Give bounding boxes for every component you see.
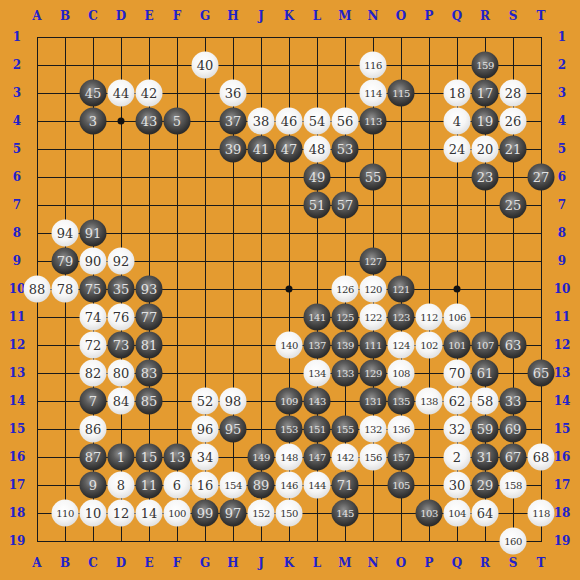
move-number: 63: [505, 339, 522, 352]
move-number: 28: [505, 87, 522, 100]
move-number: 105: [392, 480, 410, 490]
stone-black-1: 1: [108, 444, 135, 471]
move-number: 17: [477, 87, 494, 100]
move-number: 56: [337, 115, 354, 128]
stone-white-74: 74: [80, 304, 107, 331]
row-label-left: 9: [13, 255, 21, 267]
column-label-top: E: [144, 10, 153, 22]
row-label-left: 13: [9, 367, 26, 379]
column-label-top: O: [396, 10, 406, 22]
column-label-bottom: M: [338, 557, 351, 569]
stone-black-69: 69: [500, 416, 527, 443]
stone-black-143: 143: [304, 388, 331, 415]
move-number: 49: [309, 171, 326, 184]
move-number: 46: [281, 115, 298, 128]
move-number: 1: [117, 451, 125, 464]
row-label-right: 10: [554, 283, 571, 295]
move-number: 129: [364, 368, 382, 378]
move-number: 7: [89, 395, 97, 408]
stone-black-109: 109: [276, 388, 303, 415]
move-number: 82: [85, 367, 102, 380]
row-label-right: 11: [554, 311, 571, 323]
move-number: 139: [336, 340, 354, 350]
move-number: 74: [85, 311, 102, 324]
stone-white-76: 76: [108, 304, 135, 331]
star-point: [118, 118, 125, 125]
move-number: 9: [89, 479, 97, 492]
stone-black-157: 157: [388, 444, 415, 471]
move-number: 140: [280, 340, 298, 350]
move-number: 23: [477, 171, 494, 184]
stone-black-99: 99: [192, 500, 219, 527]
stone-white-100: 100: [164, 500, 191, 527]
move-number: 116: [364, 60, 382, 70]
move-number: 64: [477, 507, 494, 520]
move-number: 115: [392, 88, 410, 98]
row-label-right: 4: [558, 115, 566, 127]
stone-white-26: 26: [500, 108, 527, 135]
move-number: 111: [364, 340, 382, 350]
row-label-left: 17: [9, 479, 26, 491]
move-number: 81: [141, 339, 158, 352]
move-number: 141: [308, 312, 326, 322]
column-label-top: P: [424, 10, 433, 22]
stone-black-97: 97: [220, 500, 247, 527]
stone-black-107: 107: [472, 332, 499, 359]
row-label-right: 12: [554, 339, 571, 351]
column-label-bottom: O: [396, 557, 406, 569]
stone-white-70: 70: [444, 360, 471, 387]
stone-white-144: 144: [304, 472, 331, 499]
move-number: 103: [420, 508, 438, 518]
stone-black-21: 21: [500, 136, 527, 163]
stone-white-6: 6: [164, 472, 191, 499]
stone-black-23: 23: [472, 164, 499, 191]
column-label-bottom: B: [60, 557, 70, 569]
stone-black-35: 35: [108, 276, 135, 303]
move-number: 2: [453, 451, 461, 464]
move-number: 6: [173, 479, 181, 492]
stone-white-36: 36: [220, 80, 247, 107]
stone-white-54: 54: [304, 108, 331, 135]
row-label-right: 3: [558, 87, 566, 99]
move-number: 31: [477, 451, 494, 464]
column-label-top: R: [480, 10, 490, 22]
move-number: 89: [253, 479, 270, 492]
move-number: 45: [85, 87, 102, 100]
move-number: 19: [477, 115, 494, 128]
stone-black-19: 19: [472, 108, 499, 135]
move-number: 16: [197, 479, 214, 492]
move-number: 69: [505, 423, 522, 436]
row-label-right: 17: [554, 479, 571, 491]
column-label-bottom: N: [368, 557, 379, 569]
stone-white-32: 32: [444, 416, 471, 443]
stone-black-41: 41: [248, 136, 275, 163]
stone-white-64: 64: [472, 500, 499, 527]
stone-black-81: 81: [136, 332, 163, 359]
move-number: 136: [392, 424, 410, 434]
move-number: 62: [449, 395, 466, 408]
column-label-bottom: H: [227, 557, 238, 569]
move-number: 3: [89, 115, 97, 128]
stone-white-16: 16: [192, 472, 219, 499]
stone-white-78: 78: [52, 276, 79, 303]
column-label-bottom: K: [284, 557, 294, 569]
move-number: 131: [364, 396, 382, 406]
column-label-bottom: E: [144, 557, 153, 569]
column-label-top: L: [313, 10, 321, 22]
move-number: 34: [197, 451, 214, 464]
row-label-left: 5: [13, 143, 21, 155]
stone-white-46: 46: [276, 108, 303, 135]
move-number: 156: [364, 452, 382, 462]
row-label-right: 19: [554, 535, 571, 547]
move-number: 151: [308, 424, 326, 434]
move-number: 75: [85, 283, 102, 296]
move-number: 137: [308, 340, 326, 350]
stone-black-95: 95: [220, 416, 247, 443]
row-label-right: 5: [558, 143, 566, 155]
stone-black-131: 131: [360, 388, 387, 415]
row-label-right: 13: [554, 367, 571, 379]
row-label-right: 18: [554, 507, 571, 519]
move-number: 121: [392, 284, 410, 294]
move-number: 152: [252, 508, 270, 518]
row-label-left: 2: [13, 59, 21, 71]
move-number: 68: [533, 451, 550, 464]
stone-white-140: 140: [276, 332, 303, 359]
row-label-right: 7: [558, 199, 566, 211]
move-number: 112: [420, 312, 438, 322]
row-label-left: 7: [13, 199, 21, 211]
stone-white-94: 94: [52, 220, 79, 247]
stone-white-34: 34: [192, 444, 219, 471]
column-label-top: M: [338, 10, 351, 22]
move-number: 14: [141, 507, 158, 520]
move-number: 118: [532, 508, 550, 518]
stone-white-40: 40: [192, 52, 219, 79]
move-number: 20: [477, 143, 494, 156]
column-label-top: B: [60, 10, 70, 22]
move-number: 83: [141, 367, 158, 380]
stone-black-17: 17: [472, 80, 499, 107]
move-number: 42: [141, 87, 158, 100]
stone-white-62: 62: [444, 388, 471, 415]
move-number: 120: [364, 284, 382, 294]
move-number: 51: [309, 199, 326, 212]
stone-black-3: 3: [80, 108, 107, 135]
stone-black-65: 65: [528, 360, 555, 387]
move-number: 12: [113, 507, 130, 520]
move-number: 158: [504, 480, 522, 490]
move-number: 104: [448, 508, 466, 518]
stone-white-124: 124: [388, 332, 415, 359]
move-number: 10: [85, 507, 102, 520]
move-number: 26: [505, 115, 522, 128]
move-number: 98: [225, 395, 242, 408]
stone-black-63: 63: [500, 332, 527, 359]
column-label-top: S: [509, 10, 518, 22]
stone-white-30: 30: [444, 472, 471, 499]
move-number: 24: [449, 143, 466, 156]
stone-black-85: 85: [136, 388, 163, 415]
stone-white-72: 72: [80, 332, 107, 359]
stone-white-48: 48: [304, 136, 331, 163]
stone-white-90: 90: [80, 248, 107, 275]
move-number: 91: [85, 227, 102, 240]
stone-black-13: 13: [164, 444, 191, 471]
stone-black-37: 37: [220, 108, 247, 135]
row-label-left: 1: [13, 31, 21, 43]
move-number: 126: [336, 284, 354, 294]
stone-black-139: 139: [332, 332, 359, 359]
stone-white-24: 24: [444, 136, 471, 163]
column-label-bottom: G: [200, 557, 210, 569]
move-number: 37: [225, 115, 242, 128]
stone-white-104: 104: [444, 500, 471, 527]
move-number: 54: [309, 115, 326, 128]
stone-black-121: 121: [388, 276, 415, 303]
move-number: 78: [57, 283, 74, 296]
column-label-bottom: Q: [452, 557, 462, 569]
column-label-top: N: [368, 10, 379, 22]
row-label-left: 16: [9, 451, 26, 463]
move-number: 99: [197, 507, 214, 520]
stone-white-88: 88: [24, 276, 51, 303]
stone-white-28: 28: [500, 80, 527, 107]
stone-black-127: 127: [360, 248, 387, 275]
stone-white-136: 136: [388, 416, 415, 443]
stone-black-145: 145: [332, 500, 359, 527]
move-number: 59: [477, 423, 494, 436]
column-label-top: D: [116, 10, 126, 22]
star-point: [454, 286, 461, 293]
move-number: 73: [113, 339, 130, 352]
stone-black-51: 51: [304, 192, 331, 219]
stone-white-44: 44: [108, 80, 135, 107]
move-number: 65: [533, 367, 550, 380]
column-label-bottom: S: [509, 557, 518, 569]
stone-white-12: 12: [108, 500, 135, 527]
stone-white-122: 122: [360, 304, 387, 331]
stone-black-113: 113: [360, 108, 387, 135]
move-number: 13: [169, 451, 186, 464]
stone-white-150: 150: [276, 500, 303, 527]
column-label-top: T: [537, 10, 546, 22]
move-number: 102: [420, 340, 438, 350]
move-number: 153: [280, 424, 298, 434]
move-number: 106: [448, 312, 466, 322]
stone-black-111: 111: [360, 332, 387, 359]
column-label-bottom: D: [116, 557, 126, 569]
row-label-right: 15: [554, 423, 571, 435]
stone-white-152: 152: [248, 500, 275, 527]
stone-black-135: 135: [388, 388, 415, 415]
stone-black-7: 7: [80, 388, 107, 415]
move-number: 154: [224, 480, 242, 490]
stone-black-45: 45: [80, 80, 107, 107]
stone-white-20: 20: [472, 136, 499, 163]
row-label-left: 14: [9, 395, 26, 407]
stone-white-132: 132: [360, 416, 387, 443]
stone-black-87: 87: [80, 444, 107, 471]
move-number: 148: [280, 452, 298, 462]
row-label-right: 1: [558, 31, 566, 43]
stone-black-129: 129: [360, 360, 387, 387]
stone-white-156: 156: [360, 444, 387, 471]
move-number: 4: [453, 115, 461, 128]
grid-line-vertical: [429, 37, 430, 542]
row-label-right: 16: [554, 451, 571, 463]
stone-black-89: 89: [248, 472, 275, 499]
stone-white-112: 112: [416, 304, 443, 331]
move-number: 135: [392, 396, 410, 406]
move-number: 15: [141, 451, 158, 464]
move-number: 114: [364, 88, 382, 98]
move-number: 36: [225, 87, 242, 100]
stone-white-18: 18: [444, 80, 471, 107]
column-label-top: Q: [452, 10, 462, 22]
move-number: 110: [56, 508, 74, 518]
stone-black-149: 149: [248, 444, 275, 471]
stone-black-5: 5: [164, 108, 191, 135]
column-label-bottom: J: [258, 557, 264, 569]
move-number: 25: [505, 199, 522, 212]
move-number: 21: [505, 143, 522, 156]
stone-black-147: 147: [304, 444, 331, 471]
row-label-left: 4: [13, 115, 21, 127]
move-number: 147: [308, 452, 326, 462]
stone-white-108: 108: [388, 360, 415, 387]
stone-black-93: 93: [136, 276, 163, 303]
stone-white-84: 84: [108, 388, 135, 415]
move-number: 71: [337, 479, 354, 492]
column-label-top: G: [200, 10, 210, 22]
stone-white-98: 98: [220, 388, 247, 415]
move-number: 157: [392, 452, 410, 462]
move-number: 160: [504, 536, 522, 546]
stone-black-141: 141: [304, 304, 331, 331]
move-number: 41: [253, 143, 270, 156]
move-number: 125: [336, 312, 354, 322]
move-number: 85: [141, 395, 158, 408]
stone-black-123: 123: [388, 304, 415, 331]
stone-black-47: 47: [276, 136, 303, 163]
move-number: 29: [477, 479, 494, 492]
row-label-left: 11: [9, 311, 26, 323]
stone-white-96: 96: [192, 416, 219, 443]
move-number: 35: [113, 283, 130, 296]
move-number: 30: [449, 479, 466, 492]
row-label-right: 2: [558, 59, 566, 71]
stone-black-29: 29: [472, 472, 499, 499]
row-label-left: 19: [9, 535, 26, 547]
row-label-left: 6: [13, 171, 21, 183]
move-number: 11: [141, 479, 158, 492]
move-number: 53: [337, 143, 354, 156]
move-number: 52: [197, 395, 214, 408]
move-number: 55: [365, 171, 382, 184]
move-number: 72: [85, 339, 102, 352]
move-number: 123: [392, 312, 410, 322]
row-label-left: 18: [9, 507, 26, 519]
stone-black-75: 75: [80, 276, 107, 303]
stone-white-80: 80: [108, 360, 135, 387]
stone-white-92: 92: [108, 248, 135, 275]
stone-black-153: 153: [276, 416, 303, 443]
stone-white-134: 134: [304, 360, 331, 387]
stone-white-58: 58: [472, 388, 499, 415]
stone-white-52: 52: [192, 388, 219, 415]
stone-black-115: 115: [388, 80, 415, 107]
move-number: 5: [173, 115, 181, 128]
stone-white-68: 68: [528, 444, 555, 471]
stone-white-146: 146: [276, 472, 303, 499]
move-number: 145: [336, 508, 354, 518]
move-number: 143: [308, 396, 326, 406]
stone-black-49: 49: [304, 164, 331, 191]
stone-black-137: 137: [304, 332, 331, 359]
move-number: 86: [85, 423, 102, 436]
move-number: 70: [449, 367, 466, 380]
move-number: 107: [476, 340, 494, 350]
stone-black-31: 31: [472, 444, 499, 471]
stone-white-38: 38: [248, 108, 275, 135]
move-number: 127: [364, 256, 382, 266]
stone-black-15: 15: [136, 444, 163, 471]
stone-black-33: 33: [500, 388, 527, 415]
row-label-left: 12: [9, 339, 26, 351]
stone-black-103: 103: [416, 500, 443, 527]
move-number: 124: [392, 340, 410, 350]
move-number: 132: [364, 424, 382, 434]
move-number: 94: [57, 227, 74, 240]
stone-white-114: 114: [360, 80, 387, 107]
move-number: 95: [225, 423, 242, 436]
move-number: 100: [168, 508, 186, 518]
stone-black-25: 25: [500, 192, 527, 219]
column-label-bottom: T: [537, 557, 546, 569]
stone-white-116: 116: [360, 52, 387, 79]
move-number: 84: [113, 395, 130, 408]
move-number: 122: [364, 312, 382, 322]
move-number: 43: [141, 115, 158, 128]
move-number: 133: [336, 368, 354, 378]
stone-black-101: 101: [444, 332, 471, 359]
column-label-top: C: [88, 10, 98, 22]
column-label-bottom: R: [480, 557, 490, 569]
stone-white-138: 138: [416, 388, 443, 415]
stone-white-82: 82: [80, 360, 107, 387]
star-point: [286, 286, 293, 293]
move-number: 113: [364, 116, 382, 126]
move-number: 47: [281, 143, 298, 156]
move-number: 142: [336, 452, 354, 462]
row-label-right: 6: [558, 171, 566, 183]
row-label-right: 9: [558, 255, 566, 267]
stone-black-59: 59: [472, 416, 499, 443]
move-number: 109: [280, 396, 298, 406]
move-number: 101: [448, 340, 466, 350]
move-number: 67: [505, 451, 522, 464]
go-board[interactable]: AABBCCDDEEFFGGHHJJKKLLMMNNOOPPQQRRSSTT11…: [0, 0, 580, 580]
column-label-top: J: [258, 10, 264, 22]
move-number: 39: [225, 143, 242, 156]
grid-line-horizontal: [37, 541, 542, 542]
column-label-bottom: F: [173, 557, 182, 569]
stone-black-71: 71: [332, 472, 359, 499]
